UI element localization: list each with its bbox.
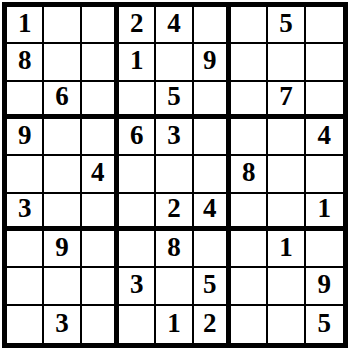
sudoku-grid: 124581965796344832419813593125 <box>2 2 348 348</box>
cell-value: 5 <box>318 310 332 337</box>
cell-r1c9[interactable] <box>306 7 343 44</box>
cell-r5c1[interactable] <box>7 156 44 193</box>
cell-r7c8[interactable]: 1 <box>268 231 305 268</box>
cell-r7c1[interactable] <box>7 231 44 268</box>
cell-r2c8[interactable] <box>268 44 305 81</box>
cell-r6c1[interactable]: 3 <box>7 194 44 231</box>
cell-r4c3[interactable] <box>82 119 119 156</box>
cell-value: 9 <box>318 271 332 298</box>
cell-value: 1 <box>130 47 144 74</box>
cell-r8c4[interactable]: 3 <box>119 268 156 305</box>
cell-value: 2 <box>203 310 217 337</box>
cell-r8c8[interactable] <box>268 268 305 305</box>
cell-r9c6[interactable]: 2 <box>194 306 231 343</box>
cell-r1c5[interactable]: 4 <box>156 7 193 44</box>
cell-r3c5[interactable]: 5 <box>156 82 193 119</box>
cell-r4c2[interactable] <box>44 119 81 156</box>
cell-r2c2[interactable] <box>44 44 81 81</box>
cell-r5c4[interactable] <box>119 156 156 193</box>
cell-value: 3 <box>130 271 144 298</box>
cell-value: 9 <box>18 122 32 149</box>
cell-r5c2[interactable] <box>44 156 81 193</box>
cell-r1c3[interactable] <box>82 7 119 44</box>
cell-r3c9[interactable] <box>306 82 343 119</box>
sudoku-board: 124581965796344832419813593125 <box>0 0 350 350</box>
cell-r4c4[interactable]: 6 <box>119 119 156 156</box>
cell-value: 3 <box>55 310 69 337</box>
cell-r3c8[interactable]: 7 <box>268 82 305 119</box>
cell-r6c3[interactable] <box>82 194 119 231</box>
cell-r9c1[interactable] <box>7 306 44 343</box>
cell-r4c9[interactable]: 4 <box>306 119 343 156</box>
cell-r9c9[interactable]: 5 <box>306 306 343 343</box>
cell-value: 4 <box>91 159 105 186</box>
cell-value: 1 <box>318 195 332 222</box>
cell-r5c8[interactable] <box>268 156 305 193</box>
cell-r6c6[interactable]: 4 <box>194 194 231 231</box>
cell-value: 3 <box>167 122 181 149</box>
cell-r8c1[interactable] <box>7 268 44 305</box>
cell-r2c1[interactable]: 8 <box>7 44 44 81</box>
cell-r2c4[interactable]: 1 <box>119 44 156 81</box>
cell-r1c6[interactable] <box>194 7 231 44</box>
cell-value: 5 <box>279 10 293 37</box>
cell-r1c7[interactable] <box>231 7 268 44</box>
cell-value: 8 <box>167 234 181 261</box>
cell-r8c2[interactable] <box>44 268 81 305</box>
cell-value: 5 <box>203 271 217 298</box>
cell-r2c5[interactable] <box>156 44 193 81</box>
cell-r3c3[interactable] <box>82 82 119 119</box>
cell-r1c2[interactable] <box>44 7 81 44</box>
cell-value: 9 <box>55 234 69 261</box>
cell-value: 4 <box>318 122 332 149</box>
cell-r7c2[interactable]: 9 <box>44 231 81 268</box>
cell-r2c7[interactable] <box>231 44 268 81</box>
cell-value: 3 <box>18 195 32 222</box>
cell-r4c7[interactable] <box>231 119 268 156</box>
cell-value: 2 <box>167 195 181 222</box>
cell-value: 6 <box>130 122 144 149</box>
cell-value: 1 <box>167 310 181 337</box>
cell-r9c2[interactable]: 3 <box>44 306 81 343</box>
cell-r8c9[interactable]: 9 <box>306 268 343 305</box>
cell-r4c5[interactable]: 3 <box>156 119 193 156</box>
cell-r5c5[interactable] <box>156 156 193 193</box>
cell-value: 8 <box>18 47 32 74</box>
cell-r7c5[interactable]: 8 <box>156 231 193 268</box>
cell-r6c5[interactable]: 2 <box>156 194 193 231</box>
cell-r2c9[interactable] <box>306 44 343 81</box>
cell-r5c7[interactable]: 8 <box>231 156 268 193</box>
cell-r6c7[interactable] <box>231 194 268 231</box>
cell-r4c8[interactable] <box>268 119 305 156</box>
cell-value: 1 <box>18 10 32 37</box>
cell-r3c2[interactable]: 6 <box>44 82 81 119</box>
cell-value: 8 <box>242 159 256 186</box>
cell-r7c9[interactable] <box>306 231 343 268</box>
cell-value: 9 <box>203 47 217 74</box>
cell-r3c6[interactable] <box>194 82 231 119</box>
cell-r3c1[interactable] <box>7 82 44 119</box>
cell-r9c4[interactable] <box>119 306 156 343</box>
cell-value: 7 <box>279 83 293 110</box>
cell-r9c8[interactable] <box>268 306 305 343</box>
cell-r2c6[interactable]: 9 <box>194 44 231 81</box>
cell-r8c3[interactable] <box>82 268 119 305</box>
cell-r1c4[interactable]: 2 <box>119 7 156 44</box>
cell-r5c3[interactable]: 4 <box>82 156 119 193</box>
cell-r8c5[interactable] <box>156 268 193 305</box>
cell-r7c6[interactable] <box>194 231 231 268</box>
cell-r1c1[interactable]: 1 <box>7 7 44 44</box>
cell-value: 4 <box>203 195 217 222</box>
cell-r7c7[interactable] <box>231 231 268 268</box>
cell-r9c5[interactable]: 1 <box>156 306 193 343</box>
cell-r3c4[interactable] <box>119 82 156 119</box>
cell-value: 5 <box>167 83 181 110</box>
cell-r6c2[interactable] <box>44 194 81 231</box>
cell-r5c6[interactable] <box>194 156 231 193</box>
cell-r8c7[interactable] <box>231 268 268 305</box>
cell-r6c4[interactable] <box>119 194 156 231</box>
cell-r1c8[interactable]: 5 <box>268 7 305 44</box>
cell-r2c3[interactable] <box>82 44 119 81</box>
cell-r3c7[interactable] <box>231 82 268 119</box>
cell-r6c8[interactable] <box>268 194 305 231</box>
cell-r5c9[interactable] <box>306 156 343 193</box>
cell-r8c6[interactable]: 5 <box>194 268 231 305</box>
cell-r9c3[interactable] <box>82 306 119 343</box>
cell-r9c7[interactable] <box>231 306 268 343</box>
cell-value: 6 <box>55 83 69 110</box>
cell-r4c6[interactable] <box>194 119 231 156</box>
cell-r7c4[interactable] <box>119 231 156 268</box>
cell-r7c3[interactable] <box>82 231 119 268</box>
cell-r6c9[interactable]: 1 <box>306 194 343 231</box>
cell-value: 1 <box>279 234 293 261</box>
cell-r4c1[interactable]: 9 <box>7 119 44 156</box>
cell-value: 4 <box>167 10 181 37</box>
cell-value: 2 <box>130 10 144 37</box>
